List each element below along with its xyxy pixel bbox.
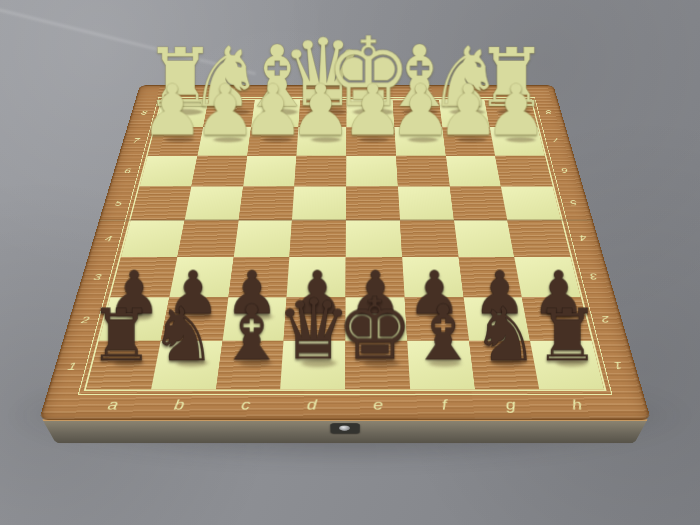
light-pawn-icon: ♟ — [484, 75, 547, 146]
file-label-b: b — [144, 395, 214, 415]
file-label-top-b: b — [208, 88, 255, 96]
file-label-top-e: e — [347, 88, 393, 96]
dark-knight-icon: ♞ — [472, 297, 539, 371]
file-label-e: e — [345, 395, 412, 415]
rank-label-left-4: 4 — [93, 220, 123, 257]
fold-seam — [100, 220, 593, 222]
file-label-h: h — [542, 395, 613, 415]
file-label-top-c: c — [254, 88, 301, 96]
file-label-g: g — [476, 395, 545, 415]
file-label-top-h: h — [483, 88, 531, 96]
rank-label-right-1: 1 — [601, 342, 637, 391]
file-label-top-g: g — [438, 88, 485, 96]
file-label-a: a — [77, 395, 148, 415]
dark-bishop-icon: ♝ — [409, 295, 477, 371]
rank-label-left-5: 5 — [104, 186, 133, 220]
photo-scene: abcdefgh abcdefgh 87654321 87654321 ♜♞♝♛… — [0, 0, 700, 525]
rank-label-right-4: 4 — [569, 220, 599, 257]
file-label-c: c — [211, 395, 279, 415]
file-labels-top: abcdefgh — [162, 88, 531, 96]
file-label-f: f — [411, 395, 479, 415]
dark-rook-icon: ♜ — [89, 299, 154, 371]
file-labels-bottom: abcdefgh — [77, 395, 612, 415]
dark-rook-icon: ♜ — [534, 299, 599, 371]
file-label-d: d — [278, 395, 345, 415]
file-label-top-a: a — [162, 88, 210, 96]
rank-label-right-5: 5 — [560, 186, 588, 220]
playing-area: ♜♞♝♛♚♝♞♜♟♟♟♟♟♟♟♟♟♟♟♟♟♟♟♟♜♞♝♛♚♝♞♜ — [84, 99, 607, 391]
clasp-glint — [339, 426, 350, 431]
pieces-layer: ♜♞♝♛♚♝♞♜♟♟♟♟♟♟♟♟♟♟♟♟♟♟♟♟♜♞♝♛♚♝♞♜ — [86, 100, 604, 389]
dark-king-icon: ♚ — [337, 287, 414, 373]
rank-label-right-6: 6 — [551, 155, 578, 186]
metal-clasp-icon — [330, 423, 360, 433]
board-front-edge — [42, 419, 648, 443]
file-label-top-d: d — [300, 88, 346, 96]
perspective-wrap: abcdefgh abcdefgh 87654321 87654321 ♜♞♝♛… — [0, 0, 700, 525]
rank-label-right-7: 7 — [544, 126, 569, 155]
dark-knight-icon: ♞ — [150, 297, 217, 371]
file-label-top-f: f — [392, 88, 439, 96]
chess-board: abcdefgh abcdefgh 87654321 87654321 ♜♞♝♛… — [39, 85, 651, 420]
rank-label-left-6: 6 — [114, 155, 141, 186]
